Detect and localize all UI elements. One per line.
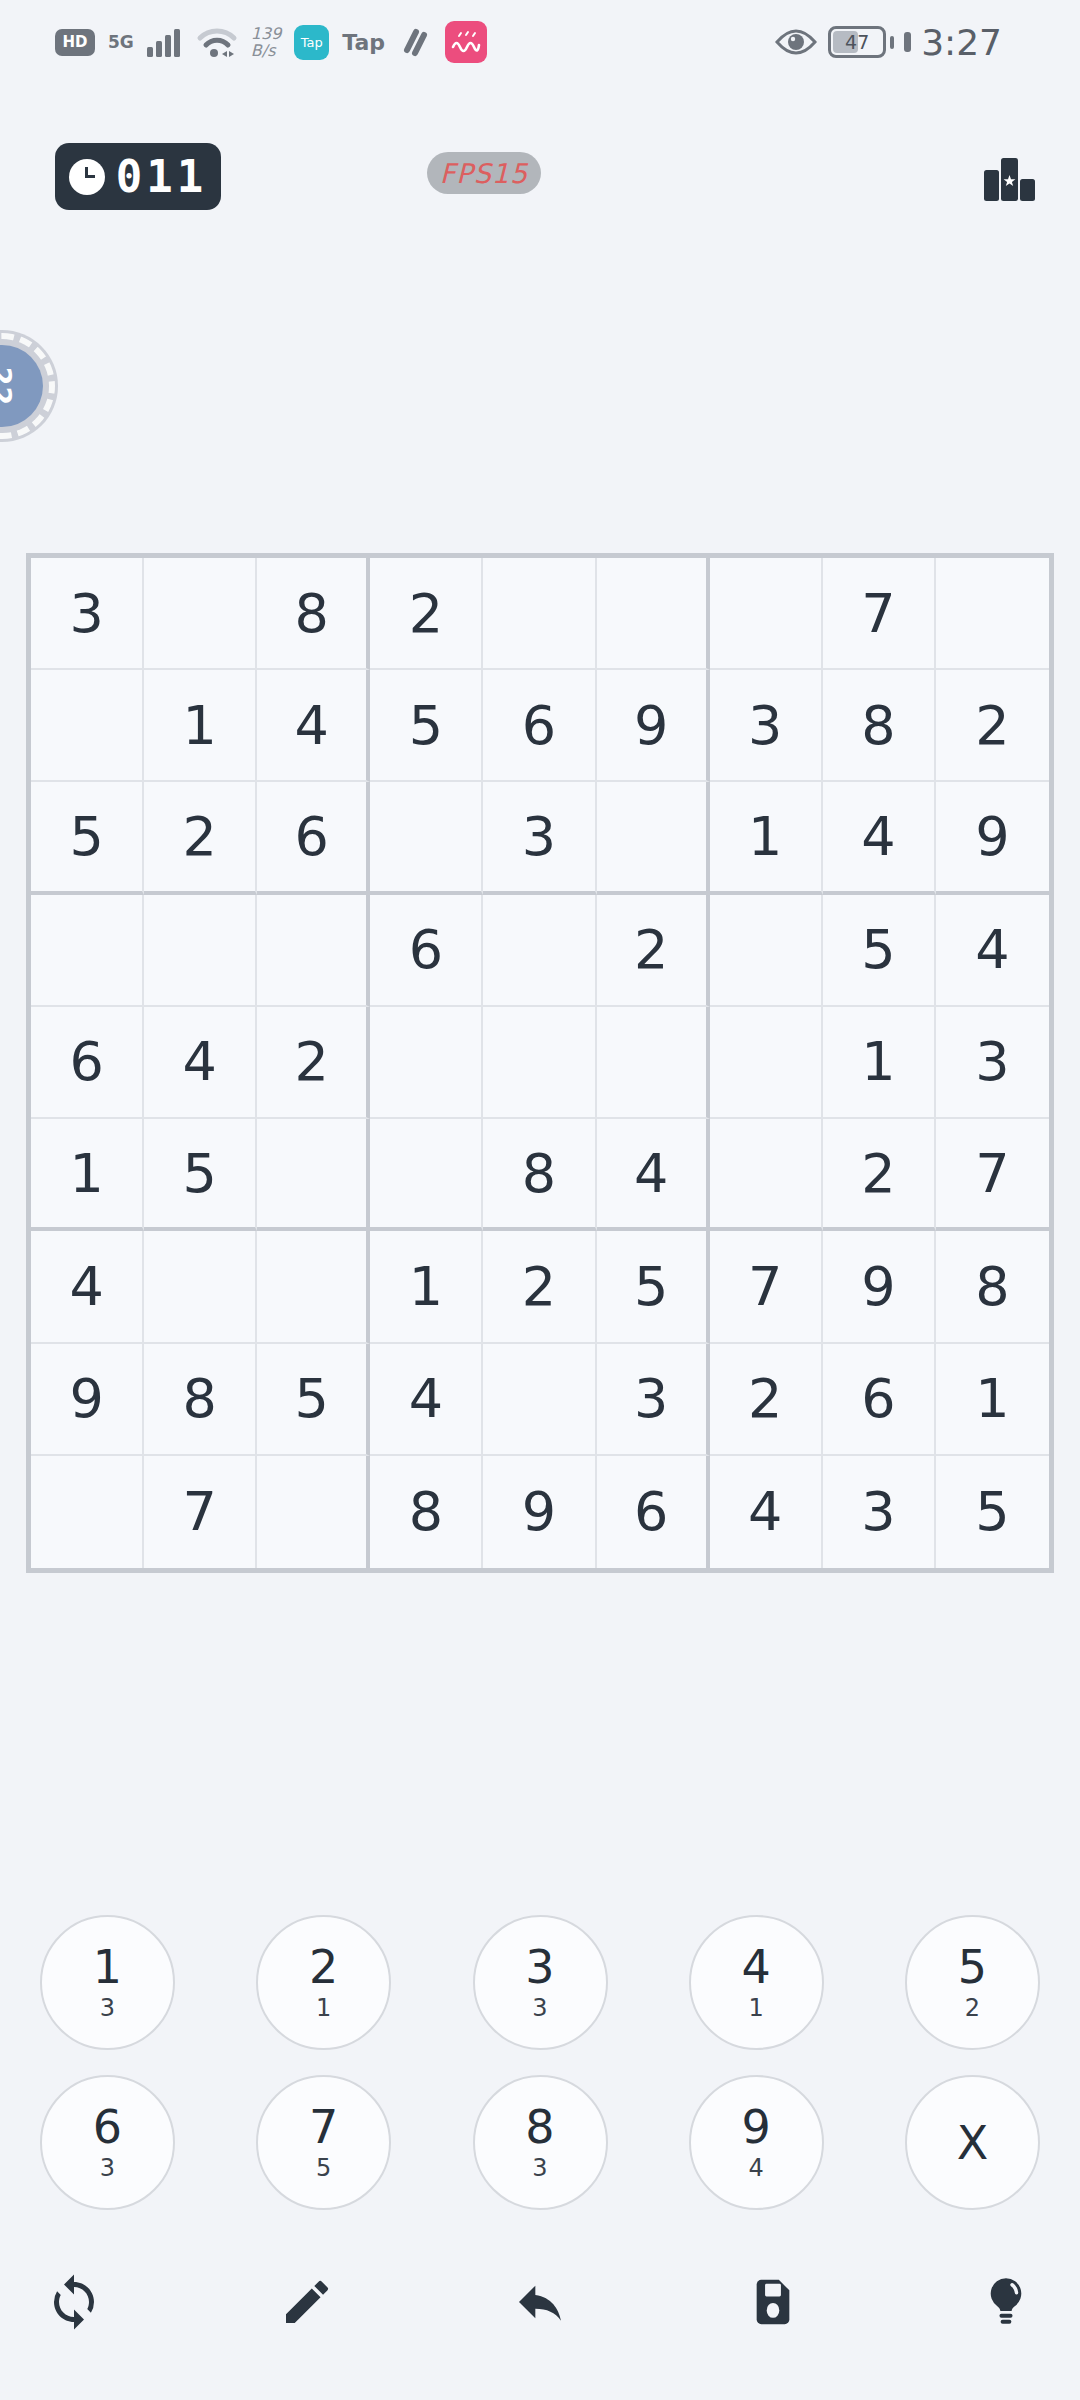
sudoku-cell-r1c2[interactable] (144, 558, 257, 670)
sudoku-cell-r4c2[interactable] (144, 895, 257, 1007)
status-bar-right: 47 3:27 (774, 16, 1002, 68)
restart-button[interactable] (40, 2268, 108, 2336)
sudoku-cell-r7c5[interactable]: 2 (483, 1231, 596, 1343)
sudoku-cell-r1c5[interactable] (483, 558, 596, 670)
sudoku-cell-r1c1[interactable]: 3 (31, 558, 144, 670)
toolbar (40, 2268, 1040, 2336)
tap-label: Tap (342, 30, 385, 55)
sudoku-cell-r2c4[interactable]: 5 (370, 670, 483, 782)
keypad-digit: 7 (309, 2101, 338, 2153)
keypad-remaining-count: 3 (100, 1994, 115, 2022)
clock-icon (69, 159, 105, 195)
game-timer: 011 (55, 143, 221, 210)
sudoku-cell-r7c4[interactable]: 1 (370, 1231, 483, 1343)
heart-logo-icon (398, 25, 432, 59)
sudoku-cell-r8c7[interactable]: 2 (710, 1344, 823, 1456)
sudoku-cell-r6c6[interactable]: 4 (597, 1119, 710, 1231)
sudoku-cell-r4c6[interactable]: 2 (597, 895, 710, 1007)
keypad-button-2[interactable]: 21 (256, 1915, 391, 2050)
keypad-button-4[interactable]: 41 (689, 1915, 824, 2050)
wifi-icon (196, 25, 238, 59)
sudoku-cell-r8c9[interactable]: 1 (936, 1344, 1049, 1456)
timer-value: 011 (116, 151, 207, 202)
sudoku-cell-r5c7[interactable] (710, 1007, 823, 1119)
battery-cap (890, 36, 894, 49)
keypad-remaining-count: 3 (532, 1994, 547, 2022)
sudoku-cell-r4c3[interactable] (257, 895, 370, 1007)
sudoku-cell-r9c9[interactable]: 5 (936, 1456, 1049, 1568)
battery-percent: 47 (831, 29, 883, 55)
sudoku-cell-r9c6[interactable]: 6 (597, 1456, 710, 1568)
sudoku-cell-r6c4[interactable] (370, 1119, 483, 1231)
sudoku-cell-r8c3[interactable]: 5 (257, 1344, 370, 1456)
save-icon (745, 2274, 801, 2330)
sudoku-cell-r2c8[interactable]: 8 (823, 670, 936, 782)
keypad-button-6[interactable]: 63 (40, 2075, 175, 2210)
keypad-digit: 8 (525, 2101, 554, 2153)
sudoku-cell-r3c3[interactable]: 6 (257, 782, 370, 894)
sudoku-cell-r7c2[interactable] (144, 1231, 257, 1343)
sudoku-cell-r9c1[interactable] (31, 1456, 144, 1568)
sudoku-cell-r5c6[interactable] (597, 1007, 710, 1119)
sudoku-cell-r4c8[interactable]: 5 (823, 895, 936, 1007)
sudoku-board: 3827145693825263149625464213158427412579… (26, 553, 1054, 1573)
sudoku-cell-r3c4[interactable] (370, 782, 483, 894)
sudoku-cell-r4c5[interactable] (483, 895, 596, 1007)
podium-star-icon (982, 155, 1038, 201)
sudoku-cell-r4c4[interactable]: 6 (370, 895, 483, 1007)
sudoku-cell-r8c6[interactable]: 3 (597, 1344, 710, 1456)
keypad-button-7[interactable]: 75 (256, 2075, 391, 2210)
tap-app-icon: Tap (294, 25, 329, 60)
keypad-digit: 9 (742, 2101, 771, 2153)
fps-badge: FPS15 (427, 152, 541, 194)
pencil-icon (279, 2274, 335, 2330)
sudoku-cell-r2c7[interactable]: 3 (710, 670, 823, 782)
sudoku-cell-r8c8[interactable]: 6 (823, 1344, 936, 1456)
sudoku-cell-r3c7[interactable]: 1 (710, 782, 823, 894)
sudoku-cell-r2c6[interactable]: 9 (597, 670, 710, 782)
sudoku-cell-r8c4[interactable]: 4 (370, 1344, 483, 1456)
floating-ball-value: 22 (0, 366, 17, 406)
keypad-button-9[interactable]: 94 (689, 2075, 824, 2210)
sudoku-cell-r9c5[interactable]: 9 (483, 1456, 596, 1568)
sudoku-cell-r5c3[interactable]: 2 (257, 1007, 370, 1119)
keypad-digit: 5 (958, 1941, 987, 1993)
sudoku-cell-r3c2[interactable]: 2 (144, 782, 257, 894)
signal-bars-icon (147, 26, 183, 58)
sudoku-cell-r3c6[interactable] (597, 782, 710, 894)
sudoku-cell-r4c7[interactable] (710, 895, 823, 1007)
sudoku-cell-r6c1[interactable]: 1 (31, 1119, 144, 1231)
pink-app-icon (445, 21, 487, 63)
keypad-row-1: 1321334152 (40, 1915, 1040, 2050)
save-button[interactable] (739, 2268, 807, 2336)
sudoku-cell-r7c7[interactable]: 7 (710, 1231, 823, 1343)
status-time: 3:27 (921, 22, 1002, 63)
sudoku-cell-r5c5[interactable] (483, 1007, 596, 1119)
keypad-button-8[interactable]: 83 (473, 2075, 608, 2210)
hd-icon: HD (55, 29, 95, 56)
sudoku-cell-r3c1[interactable]: 5 (31, 782, 144, 894)
sudoku-cell-r8c2[interactable]: 8 (144, 1344, 257, 1456)
eye-icon (774, 27, 818, 57)
battery-tick-icon (904, 32, 911, 52)
battery-icon: 47 (828, 26, 886, 58)
sudoku-cell-r2c9[interactable]: 2 (936, 670, 1049, 782)
keypad-digit: 4 (742, 1941, 771, 1993)
status-bar-left: HD 5G 139 B/s Tap Tap (55, 16, 487, 68)
keypad-button-1[interactable]: 13 (40, 1915, 175, 2050)
sudoku-cell-r7c9[interactable]: 8 (936, 1231, 1049, 1343)
sudoku-cell-r7c8[interactable]: 9 (823, 1231, 936, 1343)
keypad-button-5[interactable]: 52 (905, 1915, 1040, 2050)
5g-icon: 5G (108, 32, 134, 52)
sudoku-cell-r5c2[interactable]: 4 (144, 1007, 257, 1119)
sudoku-cell-r9c7[interactable]: 4 (710, 1456, 823, 1568)
sudoku-cell-r8c5[interactable] (483, 1344, 596, 1456)
keypad-remaining-count: 4 (749, 2154, 764, 2182)
floating-ball[interactable]: 22 (0, 330, 58, 442)
restart-icon (44, 2272, 104, 2332)
keypad-remaining-count: 3 (100, 2154, 115, 2182)
keypad-digit: 3 (525, 1941, 554, 1993)
keypad-digit: 1 (93, 1941, 122, 1993)
sudoku-cell-r1c3[interactable]: 8 (257, 558, 370, 670)
undo-icon (512, 2274, 568, 2330)
sudoku-cell-r4c9[interactable]: 4 (936, 895, 1049, 1007)
keypad-digit: X (957, 2117, 989, 2169)
keypad-digit: 6 (93, 2101, 122, 2153)
sudoku-cell-r9c3[interactable] (257, 1456, 370, 1568)
sudoku-cell-r6c5[interactable]: 8 (483, 1119, 596, 1231)
lightbulb-icon (978, 2274, 1034, 2330)
sudoku-cell-r3c5[interactable]: 3 (483, 782, 596, 894)
keypad-row-2: 63758394X (40, 2075, 1040, 2210)
sudoku-cell-r1c9[interactable] (936, 558, 1049, 670)
hint-button[interactable] (972, 2268, 1040, 2336)
keypad-remaining-count: 5 (316, 2154, 331, 2182)
sudoku-cell-r5c4[interactable] (370, 1007, 483, 1119)
sudoku-cell-r5c9[interactable]: 3 (936, 1007, 1049, 1119)
sudoku-cell-r9c2[interactable]: 7 (144, 1456, 257, 1568)
sudoku-cell-r2c3[interactable]: 4 (257, 670, 370, 782)
sudoku-cell-r9c4[interactable]: 8 (370, 1456, 483, 1568)
sudoku-cell-r1c8[interactable]: 7 (823, 558, 936, 670)
network-speed: 139 B/s (251, 25, 282, 59)
sudoku-cell-r7c6[interactable]: 5 (597, 1231, 710, 1343)
sudoku-cell-r5c1[interactable]: 6 (31, 1007, 144, 1119)
sudoku-cell-r6c9[interactable]: 7 (936, 1119, 1049, 1231)
sudoku-cell-r9c8[interactable]: 3 (823, 1456, 936, 1568)
sudoku-cell-r1c7[interactable] (710, 558, 823, 670)
sudoku-cell-r3c8[interactable]: 4 (823, 782, 936, 894)
sudoku-cell-r6c3[interactable] (257, 1119, 370, 1231)
keypad-remaining-count: 3 (532, 2154, 547, 2182)
sudoku-cell-r2c2[interactable]: 1 (144, 670, 257, 782)
sudoku-cell-r8c1[interactable]: 9 (31, 1344, 144, 1456)
sudoku-cell-r7c3[interactable] (257, 1231, 370, 1343)
sudoku-cell-r6c7[interactable] (710, 1119, 823, 1231)
sudoku-cell-r1c6[interactable] (597, 558, 710, 670)
keypad-remaining-count: 1 (749, 1994, 764, 2022)
undo-button[interactable] (506, 2268, 574, 2336)
keypad-remaining-count: 2 (965, 1994, 980, 2022)
sudoku-cell-r6c8[interactable]: 2 (823, 1119, 936, 1231)
leaderboard-button[interactable] (978, 150, 1042, 206)
notes-button[interactable] (273, 2268, 341, 2336)
keypad-remaining-count: 1 (316, 1994, 331, 2022)
sudoku-cell-r5c8[interactable]: 1 (823, 1007, 936, 1119)
keypad-digit: 2 (309, 1941, 338, 1993)
sudoku-cell-r3c9[interactable]: 9 (936, 782, 1049, 894)
keypad-erase-button[interactable]: X (905, 2075, 1040, 2210)
sudoku-cell-r6c2[interactable]: 5 (144, 1119, 257, 1231)
keypad-button-3[interactable]: 33 (473, 1915, 608, 2050)
sudoku-cell-r2c5[interactable]: 6 (483, 670, 596, 782)
sudoku-cell-r1c4[interactable]: 2 (370, 558, 483, 670)
sudoku-cell-r7c1[interactable]: 4 (31, 1231, 144, 1343)
sudoku-cell-r4c1[interactable] (31, 895, 144, 1007)
sudoku-cell-r2c1[interactable] (31, 670, 144, 782)
